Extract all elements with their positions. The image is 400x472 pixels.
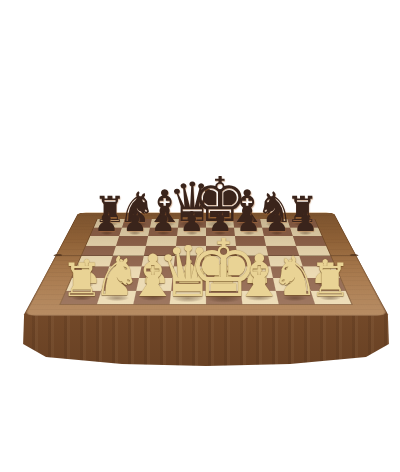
square-h6[interactable] bbox=[293, 236, 326, 245]
hinge-notch-right bbox=[350, 254, 359, 256]
square-a6[interactable] bbox=[86, 236, 119, 245]
piece-black-pawn-a7[interactable]: ♟ bbox=[94, 208, 119, 235]
piece-black-pawn-g7[interactable]: ♟ bbox=[265, 208, 290, 235]
piece-black-pawn-h7[interactable]: ♟ bbox=[293, 208, 318, 235]
chess-set-photo: ♜♞♝♛♚♝♞♜♟♟♟♟♟♟♟♟♟♟♟♟♟♟♟♟♜♞♝♛♚♝♞♜ bbox=[0, 0, 400, 472]
piece-white-rook-h1[interactable]: ♜ bbox=[310, 257, 351, 303]
piece-black-pawn-b7[interactable]: ♟ bbox=[123, 208, 148, 235]
